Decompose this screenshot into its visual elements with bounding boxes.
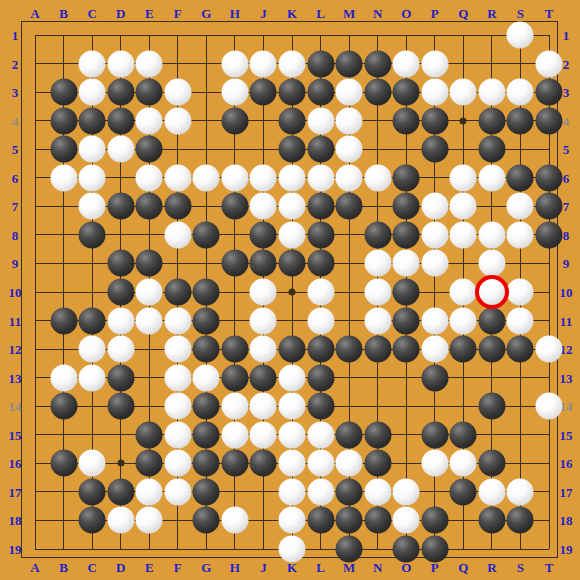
stone-black-T4 [536,107,563,134]
stone-white-K16 [279,450,306,477]
col-label-R: R [487,7,496,20]
stone-black-G15 [193,421,220,448]
col-label-D: D [116,7,125,20]
stone-white-E4 [136,107,163,134]
stone-white-K6 [279,164,306,191]
col-label-S: S [517,7,524,20]
row-label-8: 8 [563,228,570,241]
stone-black-D10 [107,279,134,306]
row-label-9: 9 [12,257,19,270]
stone-white-P16 [421,450,448,477]
stone-white-F16 [164,450,191,477]
stone-white-E2 [136,50,163,77]
stone-white-N17 [364,478,391,505]
stone-white-P11 [421,307,448,334]
row-label-10: 10 [9,286,22,299]
stone-white-J7 [250,193,277,220]
stone-white-T2 [536,50,563,77]
stone-black-B16 [50,450,77,477]
stone-white-J11 [250,307,277,334]
stone-white-F12 [164,336,191,363]
stone-white-M6 [336,164,363,191]
stone-white-C13 [79,364,106,391]
stone-black-R16 [478,450,505,477]
stone-black-G8 [193,221,220,248]
stone-black-L9 [307,250,334,277]
stone-black-O6 [393,164,420,191]
stone-white-O2 [393,50,420,77]
row-label-6: 6 [12,171,19,184]
stone-white-F3 [164,79,191,106]
row-label-11: 11 [9,314,21,327]
stone-black-T6 [536,164,563,191]
stone-white-L15 [307,421,334,448]
stone-white-R9 [478,250,505,277]
stone-black-L2 [307,50,334,77]
row-label-1: 1 [563,29,570,42]
col-label-N: N [373,7,382,20]
col-label-J: J [260,7,267,20]
col-label-G: G [201,7,211,20]
stone-white-E10 [136,279,163,306]
stone-white-F15 [164,421,191,448]
stone-white-Q7 [450,193,477,220]
stone-black-D14 [107,393,134,420]
col-label-M: M [343,7,355,20]
stone-black-E16 [136,450,163,477]
stone-black-P4 [421,107,448,134]
stone-black-O7 [393,193,420,220]
stone-black-R18 [478,507,505,534]
stone-black-O10 [393,279,420,306]
stone-white-Q8 [450,221,477,248]
stone-black-J9 [250,250,277,277]
stone-white-Q6 [450,164,477,191]
stone-white-H6 [221,164,248,191]
stone-white-C2 [79,50,106,77]
col-label-H: H [230,7,240,20]
row-label-16: 16 [560,457,573,470]
stone-white-N9 [364,250,391,277]
stone-white-T14 [536,393,563,420]
col-label-G: G [201,561,211,574]
stone-white-C3 [79,79,106,106]
row-label-2: 2 [563,57,570,70]
col-label-E: E [145,561,154,574]
stone-black-C17 [79,478,106,505]
stone-black-H7 [221,193,248,220]
stone-white-R3 [478,79,505,106]
col-label-O: O [401,7,411,20]
stone-black-J16 [250,450,277,477]
stone-black-K5 [279,136,306,163]
stone-white-B6 [50,164,77,191]
stone-white-F14 [164,393,191,420]
stone-white-J12 [250,336,277,363]
stone-black-N2 [364,50,391,77]
stone-black-F10 [164,279,191,306]
col-label-A: A [30,561,39,574]
stone-black-S12 [507,336,534,363]
stone-black-H9 [221,250,248,277]
stone-white-O9 [393,250,420,277]
col-label-S: S [517,561,524,574]
stone-black-P15 [421,421,448,448]
stone-black-P13 [421,364,448,391]
stone-black-B14 [50,393,77,420]
stone-black-H13 [221,364,248,391]
row-label-18: 18 [9,514,22,527]
col-label-J: J [260,561,267,574]
stone-black-S18 [507,507,534,534]
stone-white-D11 [107,307,134,334]
stone-black-E7 [136,193,163,220]
stone-white-K15 [279,421,306,448]
stone-white-K8 [279,221,306,248]
row-label-17: 17 [9,485,22,498]
row-label-3: 3 [12,86,19,99]
stone-black-L18 [307,507,334,534]
row-label-2: 2 [12,57,19,70]
stone-white-J6 [250,164,277,191]
col-label-P: P [431,7,439,20]
stone-black-O11 [393,307,420,334]
row-label-9: 9 [563,257,570,270]
stone-black-G10 [193,279,220,306]
row-label-17: 17 [560,485,573,498]
stone-white-C12 [79,336,106,363]
row-label-5: 5 [563,143,570,156]
stone-white-J10 [250,279,277,306]
stone-white-S8 [507,221,534,248]
stone-black-R5 [478,136,505,163]
row-label-8: 8 [12,228,19,241]
stone-black-C8 [79,221,106,248]
stone-black-D7 [107,193,134,220]
stone-black-N16 [364,450,391,477]
stone-black-M7 [336,193,363,220]
stone-black-G14 [193,393,220,420]
stone-black-L13 [307,364,334,391]
stone-black-K3 [279,79,306,106]
col-label-K: K [287,7,297,20]
stone-black-G11 [193,307,220,334]
stone-black-D13 [107,364,134,391]
stone-white-E17 [136,478,163,505]
stone-white-K19 [279,536,306,563]
stone-black-F7 [164,193,191,220]
stone-black-M12 [336,336,363,363]
stone-white-C6 [79,164,106,191]
col-label-C: C [87,7,96,20]
go-board[interactable]: ABCDEFGHJKLMNOPQRST ABCDEFGHJKLMNOPQRST … [0,0,580,580]
stone-white-C5 [79,136,106,163]
stone-black-N12 [364,336,391,363]
stone-black-R11 [478,307,505,334]
col-label-Q: Q [458,7,468,20]
stone-white-K18 [279,507,306,534]
stone-white-R8 [478,221,505,248]
stone-white-P7 [421,193,448,220]
stone-white-L10 [307,279,334,306]
stone-white-D12 [107,336,134,363]
stone-black-J8 [250,221,277,248]
stone-white-H15 [221,421,248,448]
col-label-B: B [59,7,68,20]
stone-black-G17 [193,478,220,505]
stone-white-Q10 [450,279,477,306]
stone-black-L8 [307,221,334,248]
stone-black-S4 [507,107,534,134]
stone-black-L5 [307,136,334,163]
stone-white-M4 [336,107,363,134]
stone-white-S17 [507,478,534,505]
stone-black-R4 [478,107,505,134]
stone-black-T7 [536,193,563,220]
stone-white-N11 [364,307,391,334]
row-label-19: 19 [560,543,573,556]
stone-black-R12 [478,336,505,363]
stone-black-C18 [79,507,106,534]
stone-black-C4 [79,107,106,134]
stone-white-S10 [507,279,534,306]
stone-black-H12 [221,336,248,363]
row-label-15: 15 [560,428,573,441]
stone-black-O12 [393,336,420,363]
stone-white-P8 [421,221,448,248]
stone-black-L12 [307,336,334,363]
col-label-B: B [59,561,68,574]
stone-black-Q17 [450,478,477,505]
stone-black-K12 [279,336,306,363]
stone-white-R6 [478,164,505,191]
stone-black-N15 [364,421,391,448]
stone-white-L6 [307,164,334,191]
stone-black-B11 [50,307,77,334]
col-label-D: D [116,561,125,574]
stone-black-G16 [193,450,220,477]
row-label-12: 12 [9,343,22,356]
stone-white-S11 [507,307,534,334]
stone-white-C7 [79,193,106,220]
stone-black-E15 [136,421,163,448]
stone-white-F6 [164,164,191,191]
stone-white-J2 [250,50,277,77]
stone-white-D2 [107,50,134,77]
stone-white-Q16 [450,450,477,477]
stone-black-L14 [307,393,334,420]
row-label-14: 14 [9,400,22,413]
stone-black-O8 [393,221,420,248]
stone-white-H2 [221,50,248,77]
stone-white-K13 [279,364,306,391]
stone-white-L17 [307,478,334,505]
stone-black-M17 [336,478,363,505]
stone-white-B13 [50,364,77,391]
stone-black-M2 [336,50,363,77]
col-label-F: F [174,7,182,20]
stone-white-J14 [250,393,277,420]
stone-black-G18 [193,507,220,534]
row-label-1: 1 [12,29,19,42]
stone-white-L11 [307,307,334,334]
stone-white-O17 [393,478,420,505]
stone-white-H14 [221,393,248,420]
stone-black-E9 [136,250,163,277]
last-move-marker [475,275,509,309]
stone-white-M3 [336,79,363,106]
stone-black-L3 [307,79,334,106]
row-label-16: 16 [9,457,22,470]
row-label-11: 11 [560,314,572,327]
stone-black-H16 [221,450,248,477]
stone-black-N18 [364,507,391,534]
stone-black-B3 [50,79,77,106]
stone-white-P3 [421,79,448,106]
stone-black-O19 [393,536,420,563]
stone-black-R14 [478,393,505,420]
col-label-Q: Q [458,561,468,574]
stone-white-K2 [279,50,306,77]
stone-white-R17 [478,478,505,505]
row-label-18: 18 [560,514,573,527]
row-label-5: 5 [12,143,19,156]
stone-white-C16 [79,450,106,477]
stone-white-F17 [164,478,191,505]
col-label-N: N [373,561,382,574]
stone-black-M18 [336,507,363,534]
stone-black-D3 [107,79,134,106]
stone-white-S1 [507,22,534,49]
stone-white-Q11 [450,307,477,334]
stone-black-P19 [421,536,448,563]
row-label-19: 19 [9,543,22,556]
stone-black-Q12 [450,336,477,363]
stone-black-S6 [507,164,534,191]
stone-black-D17 [107,478,134,505]
stone-black-J13 [250,364,277,391]
stone-white-K7 [279,193,306,220]
stone-black-C11 [79,307,106,334]
stone-black-E5 [136,136,163,163]
stone-white-M16 [336,450,363,477]
stone-black-B4 [50,107,77,134]
stone-black-M19 [336,536,363,563]
stone-white-E6 [136,164,163,191]
stone-black-N8 [364,221,391,248]
stone-white-E18 [136,507,163,534]
stone-black-P5 [421,136,448,163]
stone-white-P9 [421,250,448,277]
col-label-L: L [316,561,325,574]
row-label-13: 13 [9,371,22,384]
stone-white-G13 [193,364,220,391]
col-label-E: E [145,7,154,20]
stone-white-H18 [221,507,248,534]
stone-white-D18 [107,507,134,534]
row-label-15: 15 [9,428,22,441]
row-label-6: 6 [563,171,570,184]
stone-black-M15 [336,421,363,448]
col-label-T: T [545,7,554,20]
stone-black-D9 [107,250,134,277]
stone-black-T3 [536,79,563,106]
stone-white-F11 [164,307,191,334]
stone-white-T12 [536,336,563,363]
stone-white-N6 [364,164,391,191]
stone-black-B5 [50,136,77,163]
stone-white-P12 [421,336,448,363]
stone-white-F8 [164,221,191,248]
star-point [460,117,467,124]
stone-white-Q3 [450,79,477,106]
stone-white-L16 [307,450,334,477]
stone-black-O3 [393,79,420,106]
stone-white-O18 [393,507,420,534]
stone-black-K4 [279,107,306,134]
stone-white-P2 [421,50,448,77]
stone-black-L7 [307,193,334,220]
stone-white-S7 [507,193,534,220]
stone-white-F4 [164,107,191,134]
stone-white-G6 [193,164,220,191]
stone-black-K9 [279,250,306,277]
col-label-L: L [316,7,325,20]
col-label-T: T [545,561,554,574]
col-label-A: A [30,7,39,20]
stone-black-D4 [107,107,134,134]
stone-white-D5 [107,136,134,163]
row-label-3: 3 [563,86,570,99]
star-point [289,289,296,296]
col-label-F: F [174,561,182,574]
stone-white-K14 [279,393,306,420]
stone-white-L4 [307,107,334,134]
stone-white-S3 [507,79,534,106]
stone-black-O4 [393,107,420,134]
col-label-C: C [87,561,96,574]
stone-black-G12 [193,336,220,363]
stone-white-J15 [250,421,277,448]
star-point [117,460,124,467]
stone-white-M5 [336,136,363,163]
row-label-4: 4 [563,114,570,127]
stone-white-H3 [221,79,248,106]
stone-white-F13 [164,364,191,391]
stone-black-P18 [421,507,448,534]
row-label-10: 10 [560,286,573,299]
row-label-4: 4 [12,114,19,127]
stone-white-N10 [364,279,391,306]
stone-black-T8 [536,221,563,248]
stone-black-N3 [364,79,391,106]
stone-white-E11 [136,307,163,334]
row-label-7: 7 [12,200,19,213]
stone-black-Q15 [450,421,477,448]
row-label-13: 13 [560,371,573,384]
stone-black-J3 [250,79,277,106]
stone-black-H4 [221,107,248,134]
col-label-R: R [487,561,496,574]
col-label-H: H [230,561,240,574]
stone-white-K17 [279,478,306,505]
stone-black-E3 [136,79,163,106]
row-label-7: 7 [563,200,570,213]
